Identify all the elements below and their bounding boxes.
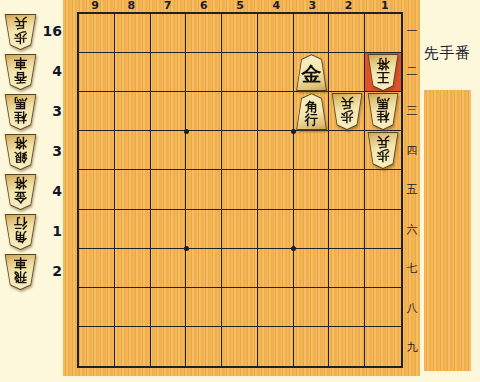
board-cell-8-3[interactable] [115, 92, 151, 131]
board-cell-2-7[interactable] [329, 249, 365, 288]
board-cell-5-5[interactable] [222, 170, 258, 209]
board-cell-2-4[interactable] [329, 131, 365, 170]
file-label-4: 4 [258, 0, 294, 12]
gote-rook-piece[interactable]: 飛車 [4, 254, 37, 290]
board-cell-7-5[interactable] [151, 170, 187, 209]
gote-hand-rook[interactable]: 飛車2 [4, 254, 68, 294]
board-cell-8-7[interactable] [115, 249, 151, 288]
board-cell-2-8[interactable] [329, 288, 365, 327]
board-cell-4-2[interactable] [258, 53, 294, 92]
board-cell-3-8[interactable] [294, 288, 330, 327]
board-cell-2-9[interactable] [329, 327, 365, 366]
board-cell-7-9[interactable] [151, 327, 187, 366]
board-cell-1-6[interactable] [365, 210, 401, 249]
board-cell-5-7[interactable] [222, 249, 258, 288]
board-cell-5-6[interactable] [222, 210, 258, 249]
board-cell-7-4[interactable] [151, 131, 187, 170]
gote-knight-piece[interactable]: 桂馬 [4, 94, 37, 130]
board-cell-4-8[interactable] [258, 288, 294, 327]
rank-label-6: 六 [404, 210, 420, 250]
file-label-9: 9 [77, 0, 113, 12]
board-cell-6-8[interactable] [186, 288, 222, 327]
board-cell-2-6[interactable] [329, 210, 365, 249]
sente-hand-tray [424, 90, 471, 371]
board-cell-8-1[interactable] [115, 14, 151, 53]
board-cell-9-1[interactable] [79, 14, 115, 53]
board-cell-6-1[interactable] [186, 14, 222, 53]
board-cell-7-1[interactable] [151, 14, 187, 53]
gote-pawn-piece[interactable]: 歩兵 [367, 132, 399, 169]
board-cell-5-1[interactable] [222, 14, 258, 53]
gote-knight-piece[interactable]: 桂馬 [367, 93, 399, 130]
board-cell-5-2[interactable] [222, 53, 258, 92]
rank-label-4: 四 [404, 131, 420, 171]
board-cell-1-7[interactable] [365, 249, 401, 288]
rank-label-7: 七 [404, 249, 420, 289]
board-cell-4-3[interactable] [258, 92, 294, 131]
board-cell-3-7[interactable] [294, 249, 330, 288]
board-cell-8-6[interactable] [115, 210, 151, 249]
board-cell-4-5[interactable] [258, 170, 294, 209]
gote-hand-gold[interactable]: 金将4 [4, 174, 68, 214]
board-cell-8-2[interactable] [115, 53, 151, 92]
board-cell-6-2[interactable] [186, 53, 222, 92]
board-cell-2-1[interactable] [329, 14, 365, 53]
gote-hand-bishop[interactable]: 角行1 [4, 214, 68, 254]
gote-pawn-piece[interactable]: 歩兵 [331, 93, 363, 130]
board-cell-9-4[interactable] [79, 131, 115, 170]
board-cell-1-9[interactable] [365, 327, 401, 366]
rank-label-2: 二 [404, 52, 420, 92]
board-cell-9-3[interactable] [79, 92, 115, 131]
board-cell-6-9[interactable] [186, 327, 222, 366]
board-cell-3-4[interactable] [294, 131, 330, 170]
gote-hand-silver-count: 3 [40, 143, 62, 159]
board-cell-7-2[interactable] [151, 53, 187, 92]
board-cell-4-4[interactable] [258, 131, 294, 170]
gote-hand-bishop-count: 1 [40, 223, 62, 239]
board-cell-7-7[interactable] [151, 249, 187, 288]
board-cell-5-8[interactable] [222, 288, 258, 327]
shogi-app: 987654321 一二三四五六七八九 金角行歩兵王将桂馬歩兵 歩兵16香車4桂… [0, 0, 480, 382]
board-cell-4-1[interactable] [258, 14, 294, 53]
gote-silver-piece[interactable]: 銀将 [4, 134, 37, 170]
file-label-3: 3 [294, 0, 330, 12]
sente-bishop-piece[interactable]: 角行 [296, 93, 328, 130]
star-point [184, 246, 189, 251]
rank-label-1: 一 [404, 12, 420, 52]
file-label-2: 2 [331, 0, 367, 12]
file-label-1: 1 [367, 0, 403, 12]
gote-hand-lance-count: 4 [40, 63, 62, 79]
board-cell-5-3[interactable] [222, 92, 258, 131]
board-cell-9-2[interactable] [79, 53, 115, 92]
gote-hand-gold-count: 4 [40, 183, 62, 199]
board-cell-8-4[interactable] [115, 131, 151, 170]
board-cell-3-5[interactable] [294, 170, 330, 209]
board-cell-6-3[interactable] [186, 92, 222, 131]
gote-hand-pawn-count: 16 [40, 23, 62, 39]
board-cell-1-5[interactable] [365, 170, 401, 209]
file-label-7: 7 [149, 0, 185, 12]
gote-lance-piece[interactable]: 香車 [4, 54, 37, 90]
board-cell-9-6[interactable] [79, 210, 115, 249]
gote-bishop-piece[interactable]: 角行 [4, 214, 37, 250]
gote-hand-rook-count: 2 [40, 263, 62, 279]
board-cell-9-7[interactable] [79, 249, 115, 288]
board-cell-5-4[interactable] [222, 131, 258, 170]
rank-label-8: 八 [404, 289, 420, 329]
gote-hand-pawn[interactable]: 歩兵16 [4, 14, 68, 54]
board-cell-3-9[interactable] [294, 327, 330, 366]
board-cell-8-9[interactable] [115, 327, 151, 366]
gote-king-piece[interactable]: 王将 [367, 54, 399, 91]
board-cell-7-3[interactable] [151, 92, 187, 131]
file-label-6: 6 [186, 0, 222, 12]
gote-hand-silver[interactable]: 銀将3 [4, 134, 68, 174]
gote-pawn-piece[interactable]: 歩兵 [4, 14, 37, 50]
gote-gold-piece[interactable]: 金将 [4, 174, 37, 210]
board-cell-6-7[interactable] [186, 249, 222, 288]
star-point [184, 129, 189, 134]
turn-indicator: 先手番 [424, 44, 476, 63]
board-cell-9-9[interactable] [79, 327, 115, 366]
board-cell-3-6[interactable] [294, 210, 330, 249]
board-cell-4-6[interactable] [258, 210, 294, 249]
board-cell-8-8[interactable] [115, 288, 151, 327]
rank-label-5: 五 [404, 170, 420, 210]
board-cell-8-5[interactable] [115, 170, 151, 209]
board-cell-9-5[interactable] [79, 170, 115, 209]
rank-label-9: 九 [404, 328, 420, 368]
board-cell-2-2[interactable] [329, 53, 365, 92]
board-cell-7-8[interactable] [151, 288, 187, 327]
gote-hand-knight[interactable]: 桂馬3 [4, 94, 68, 134]
rank-label-3: 三 [404, 91, 420, 131]
gote-hand-lance[interactable]: 香車4 [4, 54, 68, 94]
file-label-8: 8 [113, 0, 149, 12]
shogi-board [77, 12, 403, 368]
file-label-5: 5 [222, 0, 258, 12]
board-cell-6-6[interactable] [186, 210, 222, 249]
board-cell-4-7[interactable] [258, 249, 294, 288]
sente-gold-piece[interactable]: 金 [296, 54, 328, 91]
board-cell-6-4[interactable] [186, 131, 222, 170]
board-cell-6-5[interactable] [186, 170, 222, 209]
board-cell-2-5[interactable] [329, 170, 365, 209]
board-cell-9-8[interactable] [79, 288, 115, 327]
board-cell-4-9[interactable] [258, 327, 294, 366]
board-cell-3-1[interactable] [294, 14, 330, 53]
board-cell-7-6[interactable] [151, 210, 187, 249]
gote-hand-knight-count: 3 [40, 103, 62, 119]
board-cell-1-8[interactable] [365, 288, 401, 327]
board-cell-5-9[interactable] [222, 327, 258, 366]
board-cell-1-1[interactable] [365, 14, 401, 53]
